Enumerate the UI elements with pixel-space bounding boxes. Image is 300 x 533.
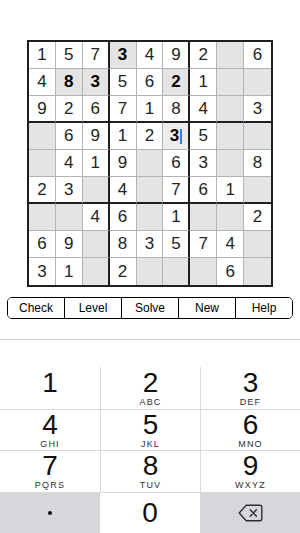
toolbar: Check Level Solve New Help — [7, 297, 293, 319]
given-digit: 3 — [253, 99, 262, 119]
sudoku-cell-r3c9: 3 — [244, 96, 271, 123]
sudoku-cell-r4c6[interactable]: 3 — [163, 123, 190, 150]
sudoku-cell-r8c4: 8 — [110, 231, 137, 258]
keypad-digit-rows: 12ABC3DEF4GHI5JKL6MNO7PQRS8TUV9WXYZ — [0, 367, 300, 492]
given-digit: 8 — [253, 153, 262, 173]
solve-button[interactable]: Solve — [122, 298, 179, 318]
sudoku-cell-r1c5: 4 — [137, 42, 164, 69]
key-letters-label: PQRS — [35, 480, 65, 490]
entered-digit: 3 — [90, 72, 99, 92]
sudoku-cell-r5c6: 6 — [163, 150, 190, 177]
sudoku-cell-r1c9: 6 — [244, 42, 271, 69]
sudoku-cell-r9c3[interactable] — [83, 258, 110, 285]
given-digit: 1 — [90, 153, 99, 173]
sudoku-cell-r3c6: 8 — [163, 96, 190, 123]
sudoku-cell-r7c7[interactable] — [190, 204, 217, 231]
key-5[interactable]: 5JKL — [100, 409, 200, 451]
sudoku-cell-r2c5: 6 — [137, 69, 164, 96]
sudoku-cell-r4c5: 2 — [137, 123, 164, 150]
sudoku-cell-r2c4: 5 — [110, 69, 137, 96]
period-key-dot — [48, 511, 52, 515]
sudoku-cell-r1c2: 5 — [56, 42, 83, 69]
entered-digit: 3 — [170, 126, 179, 146]
key-letters-label: WXYZ — [235, 480, 266, 490]
sudoku-cell-r7c4: 6 — [110, 204, 137, 231]
given-digit: 6 — [64, 126, 73, 146]
sudoku-cell-r8c1: 6 — [29, 231, 56, 258]
given-digit: 6 — [145, 72, 154, 92]
sudoku-cell-r6c3[interactable] — [83, 177, 110, 204]
sudoku-cell-r1c1: 1 — [29, 42, 56, 69]
sudoku-cell-r9c4: 2 — [110, 258, 137, 285]
sudoku-cell-r7c2[interactable] — [56, 204, 83, 231]
sudoku-cell-r9c7[interactable] — [190, 258, 217, 285]
given-digit: 2 — [253, 207, 262, 227]
sudoku-cell-r8c2: 9 — [56, 231, 83, 258]
given-digit: 3 — [37, 262, 46, 282]
sudoku-cell-r5c9: 8 — [244, 150, 271, 177]
given-digit: 7 — [199, 234, 208, 254]
sudoku-cell-r3c1: 9 — [29, 96, 56, 123]
given-digit: 3 — [199, 153, 208, 173]
text-cursor — [180, 129, 182, 144]
key-digit-label: 8 — [143, 452, 159, 480]
key-digit-label: 5 — [143, 411, 159, 439]
number-pad-keyboard: 12ABC3DEF4GHI5JKL6MNO7PQRS8TUV9WXYZ 0 — [0, 339, 300, 533]
sudoku-cell-r5c8[interactable] — [217, 150, 244, 177]
given-digit: 4 — [145, 45, 154, 65]
sudoku-cell-r7c6: 1 — [163, 204, 190, 231]
sudoku-cell-r8c6: 5 — [163, 231, 190, 258]
given-digit: 1 — [225, 180, 234, 200]
given-digit: 1 — [37, 45, 46, 65]
backspace-key[interactable] — [200, 493, 300, 533]
key-letters-label: ABC — [139, 397, 161, 407]
sudoku-cell-r4c3: 9 — [83, 123, 110, 150]
sudoku-cell-r5c7: 3 — [190, 150, 217, 177]
given-digit: 8 — [171, 99, 180, 119]
given-digit: 1 — [171, 207, 180, 227]
given-digit: 5 — [118, 72, 127, 92]
sudoku-cell-r9c6[interactable] — [163, 258, 190, 285]
key-digit-label: 6 — [243, 411, 259, 439]
sudoku-cell-r6c4: 4 — [110, 177, 137, 204]
given-digit: 3 — [145, 234, 154, 254]
sudoku-cell-r5c3: 1 — [83, 150, 110, 177]
entered-digit: 8 — [64, 72, 73, 92]
given-digit: 6 — [171, 153, 180, 173]
sudoku-cell-r3c4: 7 — [110, 96, 137, 123]
given-digit: 6 — [199, 180, 208, 200]
given-digit: 5 — [64, 45, 73, 65]
key-1[interactable]: 1 — [0, 367, 100, 409]
sudoku-cell-r3c5: 1 — [137, 96, 164, 123]
sudoku-cell-r2c8[interactable] — [217, 69, 244, 96]
sudoku-cell-r9c1: 3 — [29, 258, 56, 285]
sudoku-cell-r2c7: 1 — [190, 69, 217, 96]
given-digit: 7 — [90, 45, 99, 65]
sudoku-cell-r6c6: 7 — [163, 177, 190, 204]
sudoku-cell-r5c2: 4 — [56, 150, 83, 177]
sudoku-cell-r2c6[interactable]: 2 — [163, 69, 190, 96]
key-letters-label: DEF — [240, 397, 262, 407]
given-digit: 5 — [171, 234, 180, 254]
key-digit-label: 7 — [42, 452, 58, 480]
given-digit: 1 — [199, 72, 208, 92]
sudoku-cell-r7c9: 2 — [244, 204, 271, 231]
given-digit: 9 — [90, 126, 99, 146]
given-digit: 7 — [171, 180, 180, 200]
sudoku-cell-r4c8[interactable] — [217, 123, 244, 150]
key-letters-label: JKL — [141, 439, 160, 449]
sudoku-cell-r7c1[interactable] — [29, 204, 56, 231]
sudoku-cell-r1c3: 7 — [83, 42, 110, 69]
sudoku-cell-r2c2[interactable]: 8 — [56, 69, 83, 96]
given-digit: 6 — [253, 45, 262, 65]
key-digit-label: 2 — [143, 369, 159, 397]
given-digit: 2 — [118, 262, 127, 282]
sudoku-cell-r7c5[interactable] — [137, 204, 164, 231]
sudoku-cell-r1c7: 2 — [190, 42, 217, 69]
keypad-bottom-row: 0 — [0, 492, 300, 533]
given-digit: 9 — [37, 99, 46, 119]
key-6[interactable]: 6MNO — [200, 409, 300, 451]
sudoku-cell-r6c7: 6 — [190, 177, 217, 204]
entered-digit: 2 — [171, 72, 180, 92]
key-digit-label: 3 — [243, 369, 259, 397]
key-digit-label: 4 — [42, 411, 58, 439]
given-digit: 6 — [90, 99, 99, 119]
sudoku-cell-r6c9[interactable] — [244, 177, 271, 204]
given-digit: 4 — [225, 234, 234, 254]
sudoku-cell-r5c4: 9 — [110, 150, 137, 177]
given-digit: 6 — [225, 262, 234, 282]
sudoku-cell-r4c2: 6 — [56, 123, 83, 150]
key-2[interactable]: 2ABC — [100, 367, 200, 409]
given-digit: 2 — [37, 180, 46, 200]
given-digit: 2 — [64, 99, 73, 119]
sudoku-cell-r4c4: 1 — [110, 123, 137, 150]
given-digit: 9 — [118, 153, 127, 173]
given-digit: 3 — [64, 180, 73, 200]
given-digit: 9 — [171, 45, 180, 65]
sudoku-cell-r6c5[interactable] — [137, 177, 164, 204]
key-9[interactable]: 9WXYZ — [200, 450, 300, 492]
given-digit: 1 — [118, 126, 127, 146]
sudoku-cell-r1c4[interactable]: 3 — [110, 42, 137, 69]
given-digit: 1 — [64, 262, 73, 282]
backspace-icon — [238, 504, 263, 522]
given-digit: 4 — [37, 72, 46, 92]
given-digit: 2 — [199, 45, 208, 65]
sudoku-cell-r6c1: 2 — [29, 177, 56, 204]
given-digit: 4 — [90, 207, 99, 227]
given-digit: 5 — [199, 126, 208, 146]
help-button[interactable]: Help — [236, 298, 292, 318]
sudoku-cell-r1c8[interactable] — [217, 42, 244, 69]
sudoku-cell-r3c2: 2 — [56, 96, 83, 123]
sudoku-cell-r7c8[interactable] — [217, 204, 244, 231]
sudoku-cell-r2c1: 4 — [29, 69, 56, 96]
key-digit-label: 1 — [42, 369, 58, 397]
given-digit: 6 — [37, 234, 46, 254]
key-letters-label: GHI — [40, 439, 60, 449]
sudoku-cell-r8c7: 7 — [190, 231, 217, 258]
sudoku-cell-r9c5[interactable] — [137, 258, 164, 285]
given-digit: 4 — [118, 180, 127, 200]
sudoku-cell-r8c5: 3 — [137, 231, 164, 258]
sudoku-board: 1573492648356219267184369123541963823476… — [27, 40, 273, 287]
sudoku-cell-r3c8[interactable] — [217, 96, 244, 123]
check-button[interactable]: Check — [8, 298, 65, 318]
key-7[interactable]: 7PQRS — [0, 450, 100, 492]
sudoku-app-screen: 1573492648356219267184369123541963823476… — [0, 0, 300, 533]
key-3[interactable]: 3DEF — [200, 367, 300, 409]
sudoku-cell-r7c3: 4 — [83, 204, 110, 231]
level-button[interactable]: Level — [65, 298, 122, 318]
sudoku-cell-r4c1[interactable] — [29, 123, 56, 150]
sudoku-cell-r5c1[interactable] — [29, 150, 56, 177]
sudoku-cell-r8c3[interactable] — [83, 231, 110, 258]
zero-key-label: 0 — [142, 499, 158, 527]
sudoku-cell-r2c9[interactable] — [244, 69, 271, 96]
key-4[interactable]: 4GHI — [0, 409, 100, 451]
period-key[interactable] — [0, 493, 100, 533]
sudoku-cell-r9c2: 1 — [56, 258, 83, 285]
new-button[interactable]: New — [179, 298, 236, 318]
key-letters-label: TUV — [140, 480, 162, 490]
sudoku-cell-r6c8: 1 — [217, 177, 244, 204]
given-digit: 1 — [145, 99, 154, 119]
given-digit: 4 — [199, 99, 208, 119]
sudoku-cell-r8c8: 4 — [217, 231, 244, 258]
sudoku-cell-r9c9[interactable] — [244, 258, 271, 285]
entered-digit: 3 — [118, 45, 127, 65]
sudoku-cell-r3c7: 4 — [190, 96, 217, 123]
sudoku-cell-r4c7: 5 — [190, 123, 217, 150]
given-digit: 7 — [118, 99, 127, 119]
sudoku-cell-r5c5[interactable] — [137, 150, 164, 177]
given-digit: 8 — [118, 234, 127, 254]
sudoku-cell-r3c3: 6 — [83, 96, 110, 123]
given-digit: 4 — [64, 153, 73, 173]
sudoku-cell-r6c2: 3 — [56, 177, 83, 204]
sudoku-cell-r8c9[interactable] — [244, 231, 271, 258]
key-digit-label: 9 — [243, 452, 259, 480]
given-digit: 2 — [145, 126, 154, 146]
key-letters-label: MNO — [238, 439, 263, 449]
key-8[interactable]: 8TUV — [100, 450, 200, 492]
sudoku-cell-r1c6: 9 — [163, 42, 190, 69]
given-digit: 9 — [64, 234, 73, 254]
given-digit: 6 — [118, 207, 127, 227]
zero-key[interactable]: 0 — [100, 493, 200, 533]
sudoku-cell-r9c8: 6 — [217, 258, 244, 285]
sudoku-cell-r2c3[interactable]: 3 — [83, 69, 110, 96]
sudoku-cell-r4c9[interactable] — [244, 123, 271, 150]
